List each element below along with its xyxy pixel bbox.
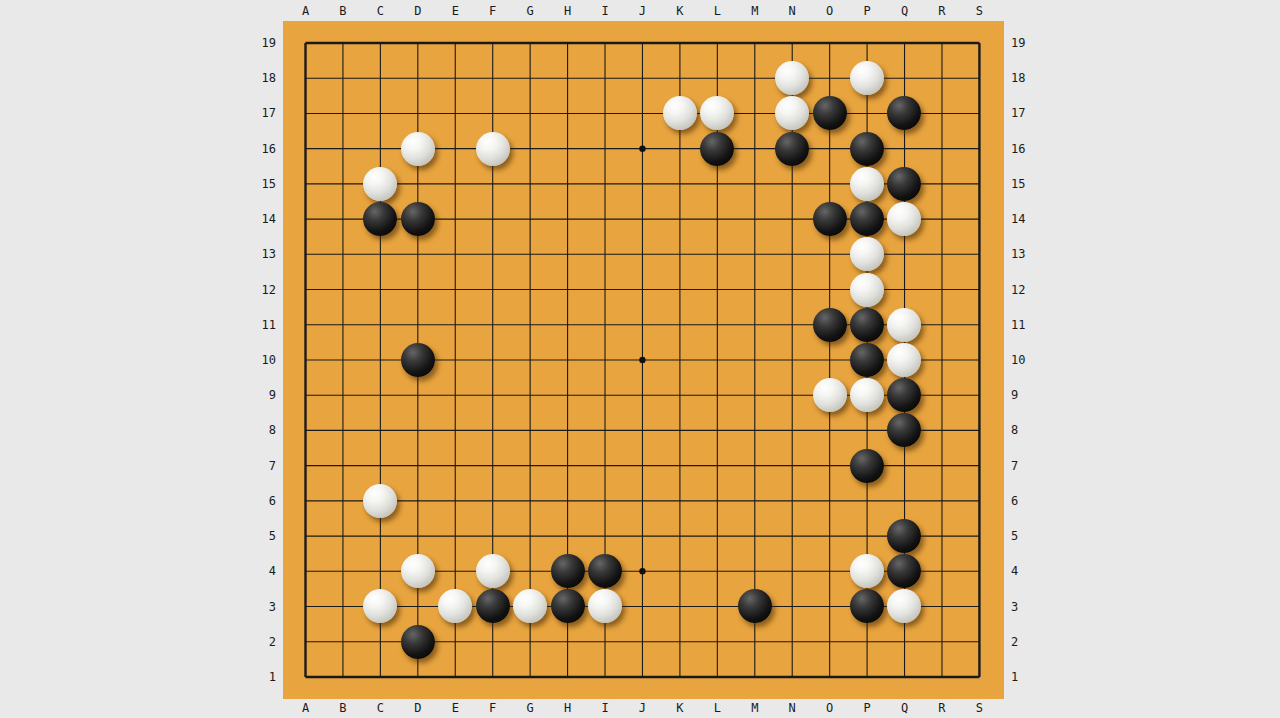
col-label-top-N: N [782,4,802,18]
black-stone-P14 [850,202,884,236]
col-label-bottom-F: F [483,701,503,715]
white-stone-F4 [476,554,510,588]
row-label-right-3: 3 [1011,600,1047,614]
row-label-right-18: 18 [1011,71,1047,85]
white-stone-P9 [850,378,884,412]
white-stone-O9 [813,378,847,412]
col-label-top-E: E [445,4,465,18]
row-label-left-2: 2 [240,635,276,649]
col-label-bottom-J: J [632,701,652,715]
col-label-bottom-E: E [445,701,465,715]
goban [283,21,1004,699]
black-stone-Q8 [887,413,921,447]
row-label-left-18: 18 [240,71,276,85]
row-label-right-11: 11 [1011,318,1047,332]
black-stone-P3 [850,589,884,623]
row-label-right-7: 7 [1011,459,1047,473]
row-label-right-19: 19 [1011,36,1047,50]
col-label-top-A: A [296,4,316,18]
black-stone-Q9 [887,378,921,412]
white-stone-D16 [401,132,435,166]
col-label-top-Q: Q [895,4,915,18]
col-label-top-S: S [969,4,989,18]
white-stone-G3 [513,589,547,623]
white-stone-P13 [850,237,884,271]
row-label-right-8: 8 [1011,423,1047,437]
black-stone-D14 [401,202,435,236]
col-label-bottom-P: P [857,701,877,715]
col-label-top-J: J [632,4,652,18]
white-stone-C3 [363,589,397,623]
white-stone-I3 [588,589,622,623]
col-label-top-F: F [483,4,503,18]
black-stone-Q4 [887,554,921,588]
row-label-right-4: 4 [1011,564,1047,578]
col-label-top-D: D [408,4,428,18]
row-label-left-13: 13 [240,247,276,261]
row-label-left-16: 16 [240,142,276,156]
col-label-bottom-G: G [520,701,540,715]
row-label-left-9: 9 [240,388,276,402]
col-label-bottom-Q: Q [895,701,915,715]
row-label-left-10: 10 [240,353,276,367]
col-label-top-C: C [370,4,390,18]
black-stone-P11 [850,308,884,342]
black-stone-H3 [551,589,585,623]
col-label-top-M: M [745,4,765,18]
black-stone-N16 [775,132,809,166]
row-label-right-6: 6 [1011,494,1047,508]
col-label-top-H: H [558,4,578,18]
col-label-top-R: R [932,4,952,18]
black-stone-D2 [401,625,435,659]
row-label-right-16: 16 [1011,142,1047,156]
white-stone-N17 [775,96,809,130]
black-stone-O14 [813,202,847,236]
white-stone-P4 [850,554,884,588]
row-label-right-10: 10 [1011,353,1047,367]
col-label-bottom-D: D [408,701,428,715]
black-stone-P10 [850,343,884,377]
white-stone-N18 [775,61,809,95]
col-label-top-L: L [707,4,727,18]
black-stone-H4 [551,554,585,588]
row-label-left-12: 12 [240,283,276,297]
black-stone-Q5 [887,519,921,553]
row-label-left-19: 19 [240,36,276,50]
black-stone-Q15 [887,167,921,201]
row-label-left-14: 14 [240,212,276,226]
row-label-right-9: 9 [1011,388,1047,402]
black-stone-L16 [700,132,734,166]
row-label-left-11: 11 [240,318,276,332]
row-label-right-15: 15 [1011,177,1047,191]
col-label-bottom-L: L [707,701,727,715]
row-label-right-13: 13 [1011,247,1047,261]
col-label-top-O: O [820,4,840,18]
white-stone-P18 [850,61,884,95]
row-label-left-4: 4 [240,564,276,578]
row-label-right-5: 5 [1011,529,1047,543]
row-label-left-6: 6 [240,494,276,508]
col-label-bottom-O: O [820,701,840,715]
row-label-left-17: 17 [240,106,276,120]
white-stone-D4 [401,554,435,588]
white-stone-C6 [363,484,397,518]
col-label-top-K: K [670,4,690,18]
row-label-right-12: 12 [1011,283,1047,297]
black-stone-O11 [813,308,847,342]
white-stone-L17 [700,96,734,130]
board-intersections[interactable] [287,25,998,694]
col-label-top-B: B [333,4,353,18]
row-label-right-2: 2 [1011,635,1047,649]
col-label-top-I: I [595,4,615,18]
row-label-right-17: 17 [1011,106,1047,120]
col-label-top-P: P [857,4,877,18]
white-stone-F16 [476,132,510,166]
col-label-bottom-A: A [296,701,316,715]
col-label-top-G: G [520,4,540,18]
col-label-bottom-N: N [782,701,802,715]
col-label-bottom-K: K [670,701,690,715]
black-stone-P7 [850,449,884,483]
col-label-bottom-S: S [969,701,989,715]
white-stone-P12 [850,273,884,307]
col-label-bottom-H: H [558,701,578,715]
col-label-bottom-C: C [370,701,390,715]
go-board-screen: AABBCCDDEEFFGGHHIIJJKKLLMMNNOOPPQQRRSS19… [0,0,1280,718]
black-stone-O17 [813,96,847,130]
col-label-bottom-M: M [745,701,765,715]
black-stone-P16 [850,132,884,166]
white-stone-E3 [438,589,472,623]
black-stone-D10 [401,343,435,377]
white-stone-C15 [363,167,397,201]
black-stone-C14 [363,202,397,236]
row-label-right-1: 1 [1011,670,1047,684]
col-label-bottom-R: R [932,701,952,715]
black-stone-M3 [738,589,772,623]
row-label-right-14: 14 [1011,212,1047,226]
black-stone-F3 [476,589,510,623]
col-label-bottom-I: I [595,701,615,715]
row-label-left-15: 15 [240,177,276,191]
white-stone-Q14 [887,202,921,236]
row-label-left-1: 1 [240,670,276,684]
row-label-left-8: 8 [240,423,276,437]
white-stone-Q11 [887,308,921,342]
white-stone-Q3 [887,589,921,623]
row-label-left-5: 5 [240,529,276,543]
white-stone-K17 [663,96,697,130]
row-label-left-7: 7 [240,459,276,473]
row-label-left-3: 3 [240,600,276,614]
white-stone-Q10 [887,343,921,377]
col-label-bottom-B: B [333,701,353,715]
white-stone-P15 [850,167,884,201]
black-stone-I4 [588,554,622,588]
black-stone-Q17 [887,96,921,130]
